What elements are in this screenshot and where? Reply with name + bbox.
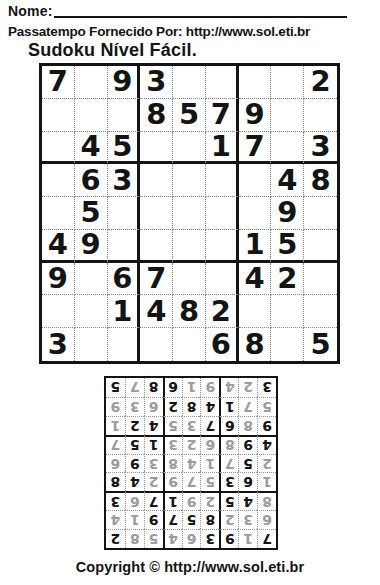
- solution-cell-r7c4: 7: [200, 416, 219, 435]
- cell-r8c7[interactable]: [239, 295, 272, 328]
- solution-cell-r5c9: 6: [106, 454, 125, 473]
- cell-r1c1: 7: [42, 66, 75, 99]
- solution-cell-r5c8: 9: [125, 454, 144, 473]
- solution-cell-r5c7: 3: [144, 454, 163, 473]
- cell-r4c7[interactable]: [239, 164, 272, 197]
- sudoku-worksheet-page: Nome: Passatempo Fornecido Por: http://w…: [0, 0, 380, 585]
- cell-r2c1[interactable]: [42, 99, 75, 132]
- solution-cell-r1c6: 4: [163, 529, 182, 548]
- solution-cell-r1c9: 2: [106, 529, 125, 548]
- solution-cell-r8c9: 9: [106, 397, 125, 416]
- cell-r8c5: 8: [173, 295, 206, 328]
- solution-cell-r1c2: 1: [238, 529, 257, 548]
- cell-r2c5: 5: [173, 99, 206, 132]
- cell-r6c4[interactable]: [140, 230, 173, 263]
- cell-r8c6: 2: [206, 295, 239, 328]
- cell-r3c7: 7: [239, 132, 272, 165]
- page-title: Sudoku Nível Fácil.: [28, 40, 197, 61]
- solution-cell-r8c7: 6: [144, 397, 163, 416]
- solution-cell-r9c4: 9: [200, 378, 219, 397]
- cell-r7c4: 7: [140, 263, 173, 296]
- cell-r5c3[interactable]: [108, 197, 141, 230]
- cell-r5c2: 5: [75, 197, 108, 230]
- cell-r8c1[interactable]: [42, 295, 75, 328]
- solution-cell-r2c7: 9: [144, 510, 163, 529]
- solution-cell-r4c9: 8: [106, 472, 125, 491]
- cell-r9c4[interactable]: [140, 328, 173, 361]
- solution-cell-r1c7: 5: [144, 529, 163, 548]
- cell-r9c6: 6: [206, 328, 239, 361]
- solution-cell-r8c3: 1: [219, 397, 238, 416]
- solution-cell-r1c4: 3: [200, 529, 219, 548]
- cell-r9c5[interactable]: [173, 328, 206, 361]
- cell-r9c7: 8: [239, 328, 272, 361]
- cell-r2c2[interactable]: [75, 99, 108, 132]
- solution-cell-r5c5: 4: [182, 454, 201, 473]
- cell-r4c8: 4: [271, 164, 304, 197]
- solution-cell-r8c6: 2: [163, 397, 182, 416]
- solution-cell-r2c1: 6: [257, 510, 276, 529]
- solution-cell-r3c6: 1: [163, 491, 182, 510]
- cell-r1c4: 3: [140, 66, 173, 99]
- cell-r4c2: 6: [75, 164, 108, 197]
- solution-cell-r3c8: 6: [125, 491, 144, 510]
- copyright-text: Copyright © http://www.sol.eti.br: [0, 559, 380, 575]
- solution-cell-r3c2: 4: [238, 491, 257, 510]
- solution-cell-r8c2: 7: [238, 397, 257, 416]
- cell-r6c5[interactable]: [173, 230, 206, 263]
- cell-r8c9[interactable]: [304, 295, 337, 328]
- cell-r8c2[interactable]: [75, 295, 108, 328]
- solution-cell-r1c5: 6: [182, 529, 201, 548]
- solution-cell-r3c3: 5: [219, 491, 238, 510]
- cell-r1c7[interactable]: [239, 66, 272, 99]
- solution-cell-r2c9: 4: [106, 510, 125, 529]
- solution-cell-r7c7: 4: [144, 416, 163, 435]
- solution-cell-r6c2: 9: [238, 435, 257, 454]
- cell-r3c2: 4: [75, 132, 108, 165]
- cell-r4c9: 8: [304, 164, 337, 197]
- solution-cell-r8c4: 4: [200, 397, 219, 416]
- solution-cell-r3c9: 3: [106, 491, 125, 510]
- solution-cell-r9c6: 6: [163, 378, 182, 397]
- cell-r5c6[interactable]: [206, 197, 239, 230]
- solution-cell-r8c8: 3: [125, 397, 144, 416]
- cell-r9c2[interactable]: [75, 328, 108, 361]
- cell-r7c1: 9: [42, 263, 75, 296]
- solution-cell-r9c7: 8: [144, 378, 163, 397]
- cell-r8c4: 4: [140, 295, 173, 328]
- cell-r9c3[interactable]: [108, 328, 141, 361]
- provider-line: Passatempo Fornecido Por: http://www.sol…: [8, 24, 310, 39]
- cell-r7c6[interactable]: [206, 263, 239, 296]
- solution-cell-r4c5: 7: [182, 472, 201, 491]
- solution-cell-r4c2: 6: [238, 472, 257, 491]
- solution-cell-r4c8: 4: [125, 472, 144, 491]
- cell-r4c1[interactable]: [42, 164, 75, 197]
- cell-r1c8[interactable]: [271, 66, 304, 99]
- name-row: Nome:: [8, 3, 347, 19]
- solution-cell-r2c2: 3: [238, 510, 257, 529]
- solution-cell-r7c3: 6: [219, 416, 238, 435]
- cell-r6c3[interactable]: [108, 230, 141, 263]
- cell-r1c5[interactable]: [173, 66, 206, 99]
- solution-cell-r3c5: 9: [182, 491, 201, 510]
- cell-r6c9[interactable]: [304, 230, 337, 263]
- cell-r4c5[interactable]: [173, 164, 206, 197]
- solution-cell-r9c3: 4: [219, 378, 238, 397]
- name-fill-line: [54, 6, 347, 18]
- cell-r2c4: 8: [140, 99, 173, 132]
- solution-cell-r7c2: 8: [238, 416, 257, 435]
- name-label: Nome:: [8, 3, 53, 19]
- cell-r8c3: 1: [108, 295, 141, 328]
- cell-r3c8[interactable]: [271, 132, 304, 165]
- solution-cell-r1c3: 9: [219, 529, 238, 548]
- solution-cell-r7c6: 5: [163, 416, 182, 435]
- solution-cell-r3c1: 8: [257, 491, 276, 510]
- solution-cell-r6c1: 4: [257, 435, 276, 454]
- solution-cell-r5c6: 8: [163, 454, 182, 473]
- solution-cell-r4c4: 5: [200, 472, 219, 491]
- cell-r7c9[interactable]: [304, 263, 337, 296]
- cell-r6c7: 1: [239, 230, 272, 263]
- solution-cell-r6c7: 1: [144, 435, 163, 454]
- sudoku-board: 793285794517363485949159674214823685: [39, 63, 340, 364]
- cell-r9c8[interactable]: [271, 328, 304, 361]
- solution-cell-r3c7: 7: [144, 491, 163, 510]
- cell-r7c5[interactable]: [173, 263, 206, 296]
- solution-cell-r6c6: 3: [163, 435, 182, 454]
- solution-cell-r5c3: 7: [219, 454, 238, 473]
- cell-r2c6: 7: [206, 99, 239, 132]
- cell-r6c2: 9: [75, 230, 108, 263]
- solution-cell-r9c9: 5: [106, 378, 125, 397]
- solution-cell-r5c1: 2: [257, 454, 276, 473]
- solution-board-rotated: 7193645826328579148452917631635792482571…: [104, 376, 278, 550]
- solution-cell-r8c5: 8: [182, 397, 201, 416]
- cell-r1c2[interactable]: [75, 66, 108, 99]
- solution-cell-r2c6: 7: [163, 510, 182, 529]
- cell-r7c2[interactable]: [75, 263, 108, 296]
- solution-cell-r2c5: 5: [182, 510, 201, 529]
- cell-r7c3: 6: [108, 263, 141, 296]
- cell-r5c8: 9: [271, 197, 304, 230]
- solution-cell-r5c2: 5: [238, 454, 257, 473]
- solution-cell-r7c8: 2: [125, 416, 144, 435]
- cell-r2c7: 9: [239, 99, 272, 132]
- solution-cell-r1c1: 7: [257, 529, 276, 548]
- cell-r7c7: 4: [239, 263, 272, 296]
- solution-cell-r2c3: 2: [219, 510, 238, 529]
- cell-r4c3: 3: [108, 164, 141, 197]
- solution-cell-r9c5: 1: [182, 378, 201, 397]
- cell-r3c9: 3: [304, 132, 337, 165]
- cell-r5c9[interactable]: [304, 197, 337, 230]
- cell-r2c3[interactable]: [108, 99, 141, 132]
- solution-cell-r6c4: 6: [200, 435, 219, 454]
- solution-cell-r7c5: 3: [182, 416, 201, 435]
- solution-cell-r6c9: 7: [106, 435, 125, 454]
- cell-r1c3: 9: [108, 66, 141, 99]
- solution-cell-r2c8: 1: [125, 510, 144, 529]
- cell-r2c9[interactable]: [304, 99, 337, 132]
- cell-r8c8[interactable]: [271, 295, 304, 328]
- solution-cell-r4c1: 1: [257, 472, 276, 491]
- cell-r3c1[interactable]: [42, 132, 75, 165]
- solution-cell-r6c8: 5: [125, 435, 144, 454]
- solution-cell-r6c3: 8: [219, 435, 238, 454]
- cell-r9c9: 5: [304, 328, 337, 361]
- solution-cell-r3c4: 2: [200, 491, 219, 510]
- solution-cell-r8c1: 5: [257, 397, 276, 416]
- cell-r3c5[interactable]: [173, 132, 206, 165]
- cell-r6c1: 4: [42, 230, 75, 263]
- cell-r1c9: 2: [304, 66, 337, 99]
- cell-r6c8: 5: [271, 230, 304, 263]
- cell-r4c4[interactable]: [140, 164, 173, 197]
- cell-r1c6[interactable]: [206, 66, 239, 99]
- cell-r9c1: 3: [42, 328, 75, 361]
- cell-r5c5[interactable]: [173, 197, 206, 230]
- solution-cell-r9c2: 2: [238, 378, 257, 397]
- cell-r5c7[interactable]: [239, 197, 272, 230]
- solution-cell-r1c8: 8: [125, 529, 144, 548]
- cell-r6c6[interactable]: [206, 230, 239, 263]
- cell-r3c6: 1: [206, 132, 239, 165]
- cell-r5c4[interactable]: [140, 197, 173, 230]
- cell-r4c6[interactable]: [206, 164, 239, 197]
- solution-cell-r5c4: 1: [200, 454, 219, 473]
- solution-cell-r6c5: 2: [182, 435, 201, 454]
- solution-cell-r9c8: 7: [125, 378, 144, 397]
- cell-r3c3: 5: [108, 132, 141, 165]
- solution-cell-r7c9: 1: [106, 416, 125, 435]
- cell-r3c4[interactable]: [140, 132, 173, 165]
- solution-cell-r4c6: 9: [163, 472, 182, 491]
- solution-cell-r2c4: 8: [200, 510, 219, 529]
- solution-cell-r4c7: 2: [144, 472, 163, 491]
- solution-cell-r7c1: 9: [257, 416, 276, 435]
- cell-r5c1[interactable]: [42, 197, 75, 230]
- cell-r2c8[interactable]: [271, 99, 304, 132]
- solution-cell-r4c3: 3: [219, 472, 238, 491]
- cell-r7c8: 2: [271, 263, 304, 296]
- solution-cell-r9c1: 3: [257, 378, 276, 397]
